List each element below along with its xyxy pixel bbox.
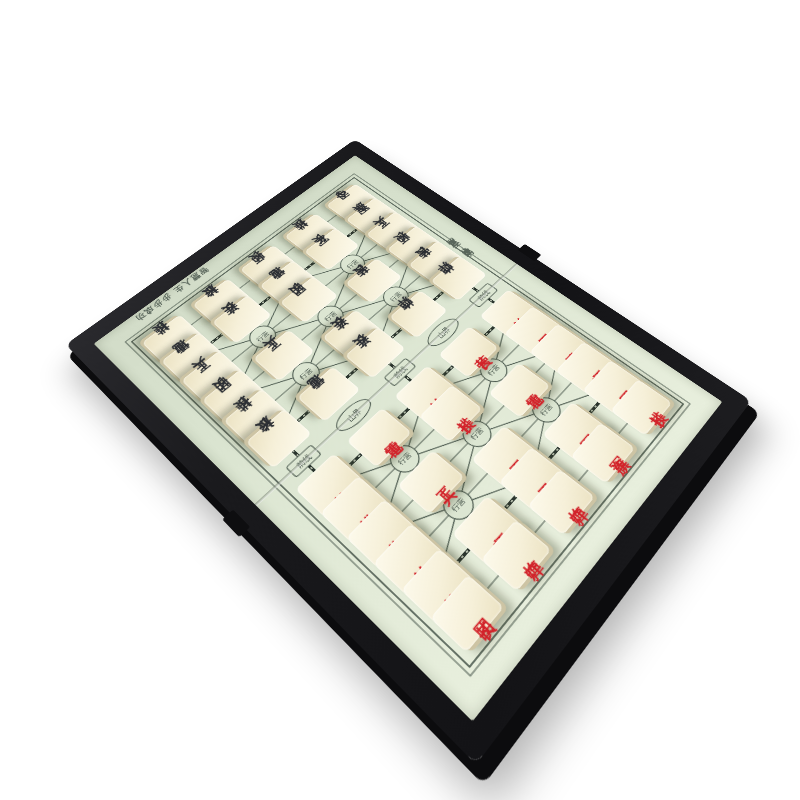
- board-surface: 前线 前线 前线 山界 山界 行营行营行营行营行营行营行营行营行营行营 智慧人生…: [94, 155, 723, 721]
- photo-scene: 前线 前线 前线 山界 山界 行营行营行营行营行营行营行营行营行营行营 智慧人生…: [0, 0, 800, 800]
- game-board: 前线 前线 前线 山界 山界 行营行营行营行营行营行营行营行营行营行营 智慧人生…: [65, 139, 751, 764]
- product-photo: 前线 前线 前线 山界 山界 行营行营行营行营行营行营行营行营行营行营 智慧人生…: [0, 0, 800, 800]
